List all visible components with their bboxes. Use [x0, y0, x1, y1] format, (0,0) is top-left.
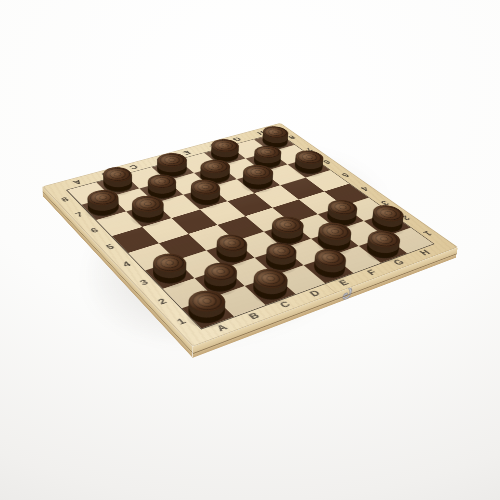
rank-label-left-5: 5	[104, 243, 115, 250]
checker-light-a1[interactable]	[182, 298, 230, 327]
board-square-a1[interactable]	[182, 297, 234, 329]
checker-dark-f6[interactable]	[238, 173, 278, 193]
checker-light-g1[interactable]	[361, 238, 404, 261]
board-tilt-wrapper: AABBCCDDEEFFGGHH1122334455667788	[86, 58, 401, 373]
rank-label-left-3: 3	[138, 278, 150, 286]
rank-label-left-4: 4	[121, 260, 133, 268]
rank-label-left-6: 6	[89, 227, 100, 234]
file-label-bottom-h: H	[418, 249, 432, 257]
playing-field	[66, 132, 435, 329]
file-label-bottom-b: B	[247, 311, 262, 321]
checker-light-e1[interactable]	[308, 257, 350, 281]
product-photo-scene: AABBCCDDEEFFGGHH1122334455667788	[0, 0, 500, 500]
file-label-bottom-d: D	[308, 289, 322, 298]
checkers-board-3d: AABBCCDDEEFFGGHH1122334455667788	[42, 123, 458, 347]
checker-light-a3[interactable]	[148, 261, 192, 287]
file-label-top-c: C	[127, 164, 138, 170]
checker-dark-b6[interactable]	[127, 203, 169, 225]
board-top: AABBCCDDEEFFGGHH1122334455667788	[42, 123, 458, 347]
rank-label-left-7: 7	[74, 211, 85, 218]
rank-label-left-8: 8	[60, 196, 70, 202]
rank-label-left-2: 2	[156, 297, 168, 306]
file-label-top-a: A	[71, 179, 83, 186]
file-label-bottom-f: F	[365, 268, 378, 276]
